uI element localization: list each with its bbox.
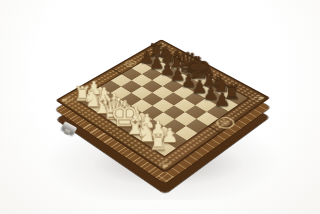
chess-board: ♜♞♝♛♚♝♞♜♟♟♟♟♟♟♟♟♟♟♟♟♟♟♟♟♜♞♝♛♚♝♞♜ — [55, 39, 270, 173]
board-playing-face: ♜♞♝♛♚♝♞♜♟♟♟♟♟♟♟♟♟♟♟♟♟♟♟♟♜♞♝♛♚♝♞♜ — [55, 39, 270, 173]
product-photo-stage: ♜♞♝♛♚♝♞♜♟♟♟♟♟♟♟♟♟♟♟♟♟♟♟♟♜♞♝♛♚♝♞♜ — [0, 0, 320, 214]
white-pawn: ♟ — [127, 105, 144, 124]
square-f1: ♝ — [130, 127, 152, 142]
square-e3 — [142, 106, 164, 120]
